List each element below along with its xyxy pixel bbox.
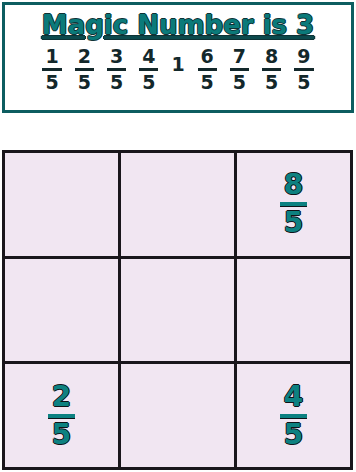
denominator: 5 (201, 71, 214, 92)
fraction-2-over-5: 25 (48, 383, 75, 449)
cell-r0-c1[interactable] (121, 153, 234, 256)
numerator: 1 (42, 47, 61, 71)
denominator: 5 (142, 71, 155, 92)
page-title: Magic Number is 3 (42, 10, 314, 40)
tile-fraction-4-5[interactable]: 45 (139, 47, 158, 92)
numerator: 8 (262, 47, 281, 71)
denominator: 5 (297, 71, 310, 92)
cell-r1-c1[interactable] (121, 259, 234, 362)
worksheet: Magic Number is 3 15253545165758595 8525… (0, 0, 356, 472)
cell-r0-c2[interactable]: 85 (237, 153, 350, 256)
tile-fraction-9-5[interactable]: 95 (294, 47, 313, 92)
numerator: 8 (280, 171, 307, 206)
numerator: 9 (294, 47, 313, 71)
numerator: 6 (198, 47, 217, 71)
tile-fraction-6-5[interactable]: 65 (198, 47, 217, 92)
denominator: 5 (45, 71, 58, 92)
fraction-tiles: 15253545165758595 (42, 47, 313, 92)
tile-fraction-2-5[interactable]: 25 (75, 47, 94, 92)
cell-r2-c0[interactable]: 25 (5, 364, 118, 467)
numerator: 4 (139, 47, 158, 71)
cell-r1-c2[interactable] (237, 259, 350, 362)
denominator: 5 (284, 418, 303, 449)
magic-square-grid: 852545 (2, 150, 353, 470)
tile-fraction-7-5[interactable]: 75 (230, 47, 249, 92)
denominator: 5 (52, 418, 71, 449)
cell-r2-c2[interactable]: 45 (237, 364, 350, 467)
tile-fraction-1-5[interactable]: 15 (42, 47, 61, 92)
fraction-4-over-5: 45 (280, 383, 307, 449)
cell-r2-c1[interactable] (121, 364, 234, 467)
tile-fraction-8-5[interactable]: 85 (262, 47, 281, 92)
numerator: 2 (75, 47, 94, 71)
denominator: 5 (265, 71, 278, 92)
numerator: 7 (230, 47, 249, 71)
fraction-8-over-5: 85 (280, 171, 307, 237)
numerator: 2 (48, 383, 75, 418)
tile-whole-1[interactable]: 1 (171, 55, 184, 84)
tile-fraction-3-5[interactable]: 35 (107, 47, 126, 92)
header-box: Magic Number is 3 15253545165758595 (2, 2, 354, 113)
denominator: 5 (233, 71, 246, 92)
cell-r1-c0[interactable] (5, 259, 118, 362)
cell-r0-c0[interactable] (5, 153, 118, 256)
denominator: 5 (110, 71, 123, 92)
denominator: 5 (284, 206, 303, 237)
numerator: 4 (280, 383, 307, 418)
denominator: 5 (78, 71, 91, 92)
numerator: 3 (107, 47, 126, 71)
